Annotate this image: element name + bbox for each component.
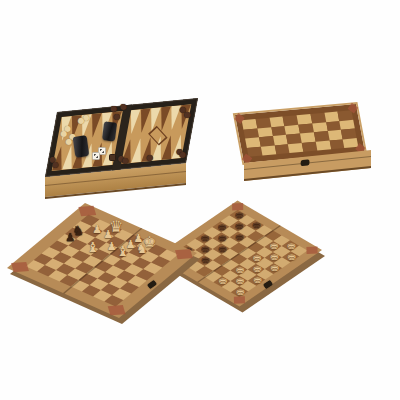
checkers-man-dark: ⛂: [235, 221, 243, 231]
backgammon-stone: ●: [78, 117, 85, 125]
backgammon-stone: ●: [122, 157, 129, 165]
case-clasp: [301, 159, 310, 166]
chess-piece-light-bishop: ♝: [86, 240, 99, 254]
checkers-man-dark: ⛂: [235, 210, 243, 220]
backgammon-stone: ●: [179, 151, 186, 159]
dice-shaker: [73, 135, 90, 158]
product-photo-scene: ●●●●●●●●●●●●●●●●●●⛂⛂⛂⛂⛂⛂⛂⛂⛂⛂⛂⛂⛂⛂⛂⛂⛂⛂⛂⛂⛂⛂…: [0, 0, 400, 400]
chess-piece-light-pawn: ♟: [107, 241, 117, 252]
checkers-man-light: ⛂: [236, 276, 244, 286]
checkers-man-light: ⛂: [270, 242, 278, 252]
corner-inlay-marquetry: [306, 247, 317, 255]
checkers-man-light: ⛂: [287, 241, 295, 251]
corner-inlay-marquetry: [108, 305, 125, 315]
checkers-man-dark: ⛂: [218, 222, 226, 232]
diamond-inlay: [148, 126, 168, 146]
backgammon-stone: ●: [52, 161, 59, 169]
checkers-man-light: ⛂: [236, 265, 244, 275]
chess-board-open: [7, 203, 197, 318]
chess-piece-light-knight: ♞: [136, 243, 148, 256]
checkers-man-light: ⛂: [270, 263, 278, 273]
checkers-man-dark: ⛂: [218, 244, 226, 254]
corner-inlay-marquetry: [12, 262, 29, 272]
checkers-man-dark: ⛂: [252, 220, 260, 230]
chess-piece-dark-pawn: ♟: [65, 232, 75, 243]
backgammon-stone: ●: [113, 113, 120, 121]
die: [92, 152, 100, 160]
checkers-man-light: ⛂: [253, 253, 261, 263]
checkers-man-light: ⛂: [270, 252, 278, 262]
checkers-man-light: ⛂: [219, 277, 227, 287]
checkers-man-dark: ⛂: [201, 233, 209, 243]
chess-piece-light-pawn: ♟: [103, 229, 113, 240]
backgammon-stone: ●: [66, 138, 73, 146]
checkers-man-light: ⛂: [253, 275, 261, 285]
chess-piece-light-bishop: ♝: [117, 243, 130, 257]
chess-piece-light-pawn: ♟: [92, 224, 102, 235]
checkers-man-light: ⛂: [287, 252, 295, 262]
checkers-man-dark: ⛂: [201, 244, 209, 254]
die: [109, 154, 116, 161]
backgammon-stone: ●: [184, 111, 191, 119]
backgammon-stone: ●: [146, 154, 153, 162]
corner-inlay-marquetry: [175, 249, 192, 259]
corner-inlay-marquetry: [79, 206, 96, 216]
backgammon-stone: ●: [120, 103, 127, 111]
checkers-man-light: ⛂: [253, 264, 261, 274]
checkers-man-dark: ⛂: [218, 233, 226, 243]
checkers-man-dark: ⛂: [235, 232, 243, 242]
checkers-man-light: ⛂: [236, 287, 244, 297]
checkers-man-dark: ⛂: [201, 255, 209, 265]
corner-inlay-marquetry: [234, 296, 245, 304]
